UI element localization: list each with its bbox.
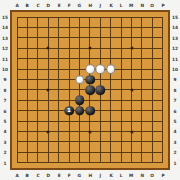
intersection-J12[interactable] (95, 43, 105, 53)
intersection-D15[interactable] (43, 12, 53, 22)
intersection-D11[interactable] (43, 54, 53, 64)
intersection-K2[interactable] (106, 147, 116, 157)
intersection-A9[interactable] (12, 74, 22, 84)
intersection-N1[interactable] (137, 158, 147, 168)
intersection-O6[interactable] (147, 106, 157, 116)
intersection-B1[interactable] (22, 158, 32, 168)
intersection-E4[interactable] (54, 126, 64, 136)
intersection-N7[interactable] (137, 95, 147, 105)
intersection-N15[interactable] (137, 12, 147, 22)
column-label: N (138, 1, 145, 8)
intersection-M14[interactable] (126, 22, 136, 32)
intersection-G7[interactable] (74, 95, 84, 105)
grid-line-v (17, 33, 18, 43)
intersection-D9[interactable] (43, 74, 53, 84)
grid-line-v (141, 126, 142, 136)
intersection-E1[interactable] (54, 158, 64, 168)
grid-line-v (37, 116, 38, 126)
intersection-J1[interactable] (95, 158, 105, 168)
grid-line-v (37, 33, 38, 43)
column-label: F (65, 1, 72, 8)
grid-line-v (141, 22, 142, 32)
grid-line-v (69, 54, 70, 64)
intersection-O11[interactable] (147, 54, 157, 64)
intersection-F2[interactable] (64, 147, 74, 157)
intersection-J10[interactable] (95, 64, 105, 74)
intersection-M6[interactable] (126, 106, 136, 116)
intersection-L2[interactable] (116, 147, 126, 157)
column-label: C (34, 171, 41, 178)
grid-line-v (27, 54, 28, 64)
intersection-N8[interactable] (137, 85, 147, 95)
intersection-E11[interactable] (54, 54, 64, 64)
grid-line-v (27, 33, 28, 43)
intersection-B9[interactable] (22, 74, 32, 84)
intersection-F13[interactable] (64, 33, 74, 43)
intersection-D7[interactable] (43, 95, 53, 105)
intersection-F15[interactable] (64, 12, 74, 22)
intersection-F8[interactable] (64, 85, 74, 95)
intersection-G13[interactable] (74, 33, 84, 43)
grid-line-v (100, 116, 101, 126)
intersection-C10[interactable] (33, 64, 43, 74)
grid-line-v (69, 33, 70, 43)
grid-line-v (48, 147, 49, 157)
intersection-J6[interactable] (95, 106, 105, 116)
intersection-E2[interactable] (54, 147, 64, 157)
intersection-N5[interactable] (137, 116, 147, 126)
intersection-F14[interactable] (64, 22, 74, 32)
intersection-G8[interactable] (74, 85, 84, 95)
column-label: G (76, 171, 83, 178)
intersection-H1[interactable] (85, 158, 95, 168)
intersection-K3[interactable] (106, 137, 116, 147)
grid-line-v (48, 22, 49, 32)
intersection-B15[interactable] (22, 12, 32, 22)
intersection-K10[interactable] (106, 64, 116, 74)
grid-line-v (152, 85, 153, 95)
grid-line-v (152, 33, 153, 43)
grid-line-v (131, 54, 132, 64)
grid-line-v (17, 43, 18, 53)
intersection-E5[interactable] (54, 116, 64, 126)
intersection-M15[interactable] (126, 12, 136, 22)
intersection-O2[interactable] (147, 147, 157, 157)
intersection-E9[interactable] (54, 74, 64, 84)
intersection-P6[interactable] (158, 106, 168, 116)
grid-line-v (58, 126, 59, 136)
intersection-K9[interactable] (106, 74, 116, 84)
intersection-F3[interactable] (64, 137, 74, 147)
grid-line-v (58, 116, 59, 126)
intersection-B13[interactable] (22, 33, 32, 43)
intersection-E12[interactable] (54, 43, 64, 53)
grid-line-v (58, 43, 59, 53)
intersection-N6[interactable] (137, 106, 147, 116)
intersection-A3[interactable] (12, 137, 22, 147)
intersection-K4[interactable] (106, 126, 116, 136)
column-label: A (13, 1, 20, 8)
grid-line-v (37, 137, 38, 147)
grid-line-v (121, 43, 122, 53)
intersection-L11[interactable] (116, 54, 126, 64)
intersection-N2[interactable] (137, 147, 147, 157)
grid-line-v (37, 43, 38, 53)
intersection-G11[interactable] (74, 54, 84, 64)
intersection-P1[interactable] (158, 158, 168, 168)
intersection-F7[interactable] (64, 95, 74, 105)
intersection-M11[interactable] (126, 54, 136, 64)
intersection-O10[interactable] (147, 64, 157, 74)
grid-line-v (162, 147, 163, 157)
intersection-O13[interactable] (147, 33, 157, 43)
intersection-O12[interactable] (147, 43, 157, 53)
black-stone-G7 (75, 96, 85, 106)
intersection-H3[interactable] (85, 137, 95, 147)
intersection-H5[interactable] (85, 116, 95, 126)
intersection-K11[interactable] (106, 54, 116, 64)
grid-line-v (162, 54, 163, 64)
intersection-P5[interactable] (158, 116, 168, 126)
grid-line-v (131, 116, 132, 126)
intersection-G5[interactable] (74, 116, 84, 126)
intersection-B4[interactable] (22, 126, 32, 136)
intersection-L3[interactable] (116, 137, 126, 147)
intersection-G1[interactable] (74, 158, 84, 168)
intersection-H7[interactable] (85, 95, 95, 105)
intersection-B7[interactable] (22, 95, 32, 105)
column-label: P (159, 1, 166, 8)
intersection-J8[interactable] (95, 85, 105, 95)
intersection-E14[interactable] (54, 22, 64, 32)
intersection-E13[interactable] (54, 33, 64, 43)
grid-line-v (131, 137, 132, 147)
intersection-N11[interactable] (137, 54, 147, 64)
intersection-P9[interactable] (158, 74, 168, 84)
intersection-L9[interactable] (116, 74, 126, 84)
intersection-D8[interactable] (43, 85, 53, 95)
intersection-G12[interactable] (74, 43, 84, 53)
intersection-B14[interactable] (22, 22, 32, 32)
intersection-L13[interactable] (116, 33, 126, 43)
intersection-H13[interactable] (85, 33, 95, 43)
grid-line-v (37, 147, 38, 157)
intersection-L14[interactable] (116, 22, 126, 32)
intersection-C7[interactable] (33, 95, 43, 105)
intersection-A1[interactable] (12, 158, 22, 168)
intersection-J9[interactable] (95, 74, 105, 84)
intersection-P3[interactable] (158, 137, 168, 147)
intersection-H9[interactable] (85, 74, 95, 84)
intersection-L10[interactable] (116, 64, 126, 74)
intersection-N3[interactable] (137, 137, 147, 147)
intersection-G9[interactable] (74, 74, 84, 84)
grid-line-v (58, 158, 59, 163)
row-label: 9 (171, 76, 178, 83)
grid-line-v (141, 74, 142, 84)
intersection-M7[interactable] (126, 95, 136, 105)
intersection-L8[interactable] (116, 85, 126, 95)
intersection-L7[interactable] (116, 95, 126, 105)
intersection-F10[interactable] (64, 64, 74, 74)
grid-line-v (17, 74, 18, 84)
intersection-G4[interactable] (74, 126, 84, 136)
intersection-A8[interactable] (12, 85, 22, 95)
intersection-H8[interactable] (85, 85, 95, 95)
intersection-A12[interactable] (12, 43, 22, 53)
grid-line-v (162, 158, 163, 163)
intersection-D4[interactable] (43, 126, 53, 136)
intersection-B11[interactable] (22, 54, 32, 64)
intersection-B2[interactable] (22, 147, 32, 157)
intersection-K13[interactable] (106, 33, 116, 43)
intersection-J4[interactable] (95, 126, 105, 136)
intersection-H11[interactable] (85, 54, 95, 64)
intersection-O7[interactable] (147, 95, 157, 105)
grid-line-v (121, 22, 122, 32)
grid-line-v (100, 95, 101, 105)
row-label: 10 (1, 65, 8, 72)
grid-line-v (69, 95, 70, 105)
intersection-A7[interactable] (12, 95, 22, 105)
intersection-C9[interactable] (33, 74, 43, 84)
intersection-M1[interactable] (126, 158, 136, 168)
intersection-C1[interactable] (33, 158, 43, 168)
intersection-M12[interactable] (126, 43, 136, 53)
intersection-P15[interactable] (158, 12, 168, 22)
intersection-O9[interactable] (147, 74, 157, 84)
intersection-H14[interactable] (85, 22, 95, 32)
intersection-P13[interactable] (158, 33, 168, 43)
intersection-A13[interactable] (12, 33, 22, 43)
intersection-C4[interactable] (33, 126, 43, 136)
intersection-C2[interactable] (33, 147, 43, 157)
grid-line-v (27, 74, 28, 84)
intersection-N10[interactable] (137, 64, 147, 74)
intersection-M13[interactable] (126, 33, 136, 43)
intersection-K8[interactable] (106, 85, 116, 95)
intersection-A2[interactable] (12, 147, 22, 157)
intersection-G3[interactable] (74, 137, 84, 147)
intersection-F4[interactable] (64, 126, 74, 136)
intersection-H10[interactable] (85, 64, 95, 74)
intersection-F12[interactable] (64, 43, 74, 53)
column-label: J (97, 1, 104, 8)
intersection-A15[interactable] (12, 12, 22, 22)
intersection-F11[interactable] (64, 54, 74, 64)
intersection-C11[interactable] (33, 54, 43, 64)
intersection-B3[interactable] (22, 137, 32, 147)
intersection-A10[interactable] (12, 64, 22, 74)
intersection-K7[interactable] (106, 95, 116, 105)
intersection-G15[interactable] (74, 12, 84, 22)
grid-line-v (17, 147, 18, 157)
intersection-B10[interactable] (22, 64, 32, 74)
intersection-H15[interactable] (85, 12, 95, 22)
intersection-E15[interactable] (54, 12, 64, 22)
grid-line-v (79, 64, 80, 74)
intersection-H12[interactable] (85, 43, 95, 53)
grid-line-v (100, 106, 101, 116)
intersection-C14[interactable] (33, 22, 43, 32)
row-label: 15 (171, 13, 178, 20)
row-label: 2 (171, 149, 178, 156)
intersection-M2[interactable] (126, 147, 136, 157)
intersection-D1[interactable] (43, 158, 53, 168)
intersection-J7[interactable] (95, 95, 105, 105)
intersection-F6[interactable]: 1 (64, 106, 74, 116)
grid-line-v (58, 74, 59, 84)
intersection-D14[interactable] (43, 22, 53, 32)
row-label: 15 (1, 13, 8, 20)
intersection-J2[interactable] (95, 147, 105, 157)
intersection-J3[interactable] (95, 137, 105, 147)
intersection-N9[interactable] (137, 74, 147, 84)
column-label: M (128, 1, 135, 8)
intersection-E7[interactable] (54, 95, 64, 105)
grid-line-v (69, 126, 70, 136)
row-label: 13 (1, 34, 8, 41)
intersection-K1[interactable] (106, 158, 116, 168)
grid-line-v (37, 158, 38, 163)
row-label: 8 (1, 86, 8, 93)
intersection-N14[interactable] (137, 22, 147, 32)
intersection-P8[interactable] (158, 85, 168, 95)
intersection-G2[interactable] (74, 147, 84, 157)
intersection-N4[interactable] (137, 126, 147, 136)
intersection-K6[interactable] (106, 106, 116, 116)
intersection-F1[interactable] (64, 158, 74, 168)
intersection-D13[interactable] (43, 33, 53, 43)
intersection-E6[interactable] (54, 106, 64, 116)
intersection-P4[interactable] (158, 126, 168, 136)
intersection-H6[interactable] (85, 106, 95, 116)
intersection-A5[interactable] (12, 116, 22, 126)
intersection-J14[interactable] (95, 22, 105, 32)
grid-line-v (27, 116, 28, 126)
intersection-M9[interactable] (126, 74, 136, 84)
intersection-N13[interactable] (137, 33, 147, 43)
intersection-O14[interactable] (147, 22, 157, 32)
intersection-A11[interactable] (12, 54, 22, 64)
intersection-F9[interactable] (64, 74, 74, 84)
intersection-M8[interactable] (126, 85, 136, 95)
intersection-J15[interactable] (95, 12, 105, 22)
grid-line-v (152, 64, 153, 74)
intersection-D2[interactable] (43, 147, 53, 157)
grid-line-v (152, 126, 153, 136)
grid-line-v (17, 95, 18, 105)
grid-line-v (110, 22, 111, 32)
intersection-L4[interactable] (116, 126, 126, 136)
intersection-D3[interactable] (43, 137, 53, 147)
intersection-G14[interactable] (74, 22, 84, 32)
intersection-B5[interactable] (22, 116, 32, 126)
intersection-K5[interactable] (106, 116, 116, 126)
intersection-B12[interactable] (22, 43, 32, 53)
intersection-M5[interactable] (126, 116, 136, 126)
intersection-L5[interactable] (116, 116, 126, 126)
intersection-P2[interactable] (158, 147, 168, 157)
intersection-C3[interactable] (33, 137, 43, 147)
intersection-P7[interactable] (158, 95, 168, 105)
hoshi-point (88, 130, 91, 133)
intersection-B6[interactable] (22, 106, 32, 116)
intersection-L1[interactable] (116, 158, 126, 168)
grid-line-v (100, 33, 101, 43)
grid-line-v (58, 33, 59, 43)
intersection-E10[interactable] (54, 64, 64, 74)
intersection-F5[interactable] (64, 116, 74, 126)
intersection-P12[interactable] (158, 43, 168, 53)
intersection-D10[interactable] (43, 64, 53, 74)
grid-line-v (69, 85, 70, 95)
intersection-O1[interactable] (147, 158, 157, 168)
intersection-L15[interactable] (116, 12, 126, 22)
column-label: G (76, 1, 83, 8)
intersection-G6[interactable] (74, 106, 84, 116)
intersection-N12[interactable] (137, 43, 147, 53)
grid-line-v (141, 64, 142, 74)
row-label: 9 (1, 76, 8, 83)
intersection-O4[interactable] (147, 126, 157, 136)
intersection-L6[interactable] (116, 106, 126, 116)
intersection-C13[interactable] (33, 33, 43, 43)
intersection-C5[interactable] (33, 116, 43, 126)
intersection-H4[interactable] (85, 126, 95, 136)
intersection-A14[interactable] (12, 22, 22, 32)
intersection-O5[interactable] (147, 116, 157, 126)
intersection-A4[interactable] (12, 126, 22, 136)
intersection-A6[interactable] (12, 106, 22, 116)
go-board: 1 (10, 10, 170, 170)
intersection-D6[interactable] (43, 106, 53, 116)
intersection-C12[interactable] (33, 43, 43, 53)
intersection-D12[interactable] (43, 43, 53, 53)
intersection-D5[interactable] (43, 116, 53, 126)
intersection-K12[interactable] (106, 43, 116, 53)
intersection-C8[interactable] (33, 85, 43, 95)
intersection-E8[interactable] (54, 85, 64, 95)
grid-line-v (37, 85, 38, 95)
grid-line-v (110, 33, 111, 43)
intersection-P14[interactable] (158, 22, 168, 32)
intersection-P10[interactable] (158, 64, 168, 74)
intersection-B8[interactable] (22, 85, 32, 95)
intersection-L12[interactable] (116, 43, 126, 53)
intersection-M4[interactable] (126, 126, 136, 136)
intersection-K14[interactable] (106, 22, 116, 32)
intersection-C6[interactable] (33, 106, 43, 116)
intersection-M3[interactable] (126, 137, 136, 147)
grid-line-v (58, 54, 59, 64)
intersection-J5[interactable] (95, 116, 105, 126)
grid-line-v (69, 158, 70, 163)
intersection-P11[interactable] (158, 54, 168, 64)
intersection-J13[interactable] (95, 33, 105, 43)
intersection-C15[interactable] (33, 12, 43, 22)
intersection-K15[interactable] (106, 12, 116, 22)
intersection-J11[interactable] (95, 54, 105, 64)
intersection-O3[interactable] (147, 137, 157, 147)
intersection-O8[interactable] (147, 85, 157, 95)
intersection-H2[interactable] (85, 147, 95, 157)
intersection-O15[interactable] (147, 12, 157, 22)
intersection-G10[interactable] (74, 64, 84, 74)
intersection-M10[interactable] (126, 64, 136, 74)
intersection-E3[interactable] (54, 137, 64, 147)
grid-line-v (162, 43, 163, 53)
